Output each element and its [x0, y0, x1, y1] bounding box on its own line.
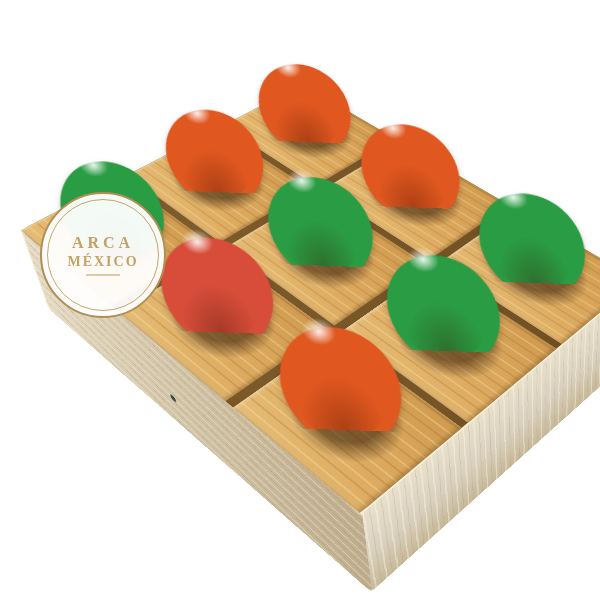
watermark-divider — [86, 274, 120, 276]
watermark-line1: ARCA — [67, 234, 138, 252]
brand-watermark: ARCA MÉXICO — [40, 192, 166, 318]
nail-hole — [169, 392, 177, 404]
watermark-line2: MÉXICO — [67, 254, 138, 270]
watermark-text: ARCA MÉXICO — [67, 234, 138, 276]
photo-stage: ● ● ● ● ● — [0, 0, 600, 600]
